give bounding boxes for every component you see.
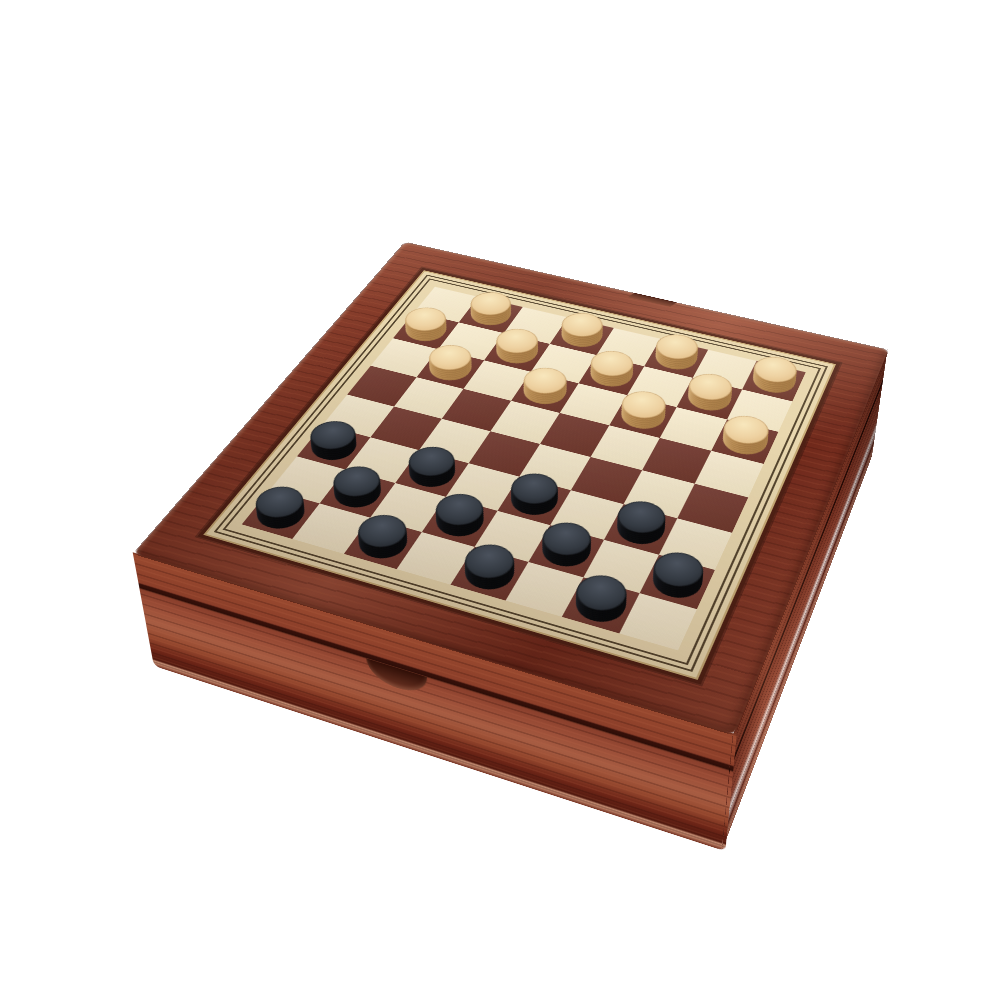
checker-piece-dark[interactable] bbox=[327, 474, 389, 513]
scene bbox=[40, 16, 1000, 1000]
checker-piece-dark[interactable] bbox=[536, 530, 598, 573]
checkers-box-photo: Checkers (English draughts) — wooden box… bbox=[40, 16, 1000, 1000]
checker-piece-dark[interactable] bbox=[304, 429, 364, 466]
lid-finger-notch bbox=[628, 292, 677, 307]
checker-piece-dark[interactable] bbox=[647, 560, 708, 604]
checker-piece-dark[interactable] bbox=[458, 552, 522, 596]
checker-piece-dark[interactable] bbox=[569, 582, 632, 628]
checker-piece-dark[interactable] bbox=[402, 454, 462, 492]
drawer-grip-notch bbox=[366, 658, 428, 697]
checker-piece-dark[interactable] bbox=[249, 494, 313, 534]
checker-piece-light[interactable] bbox=[718, 423, 773, 459]
checker-piece-dark[interactable] bbox=[429, 501, 491, 542]
checker-piece-dark[interactable] bbox=[351, 522, 415, 564]
checker-piece-dark[interactable] bbox=[504, 481, 564, 521]
wooden-game-box bbox=[134, 242, 888, 734]
checker-piece-dark[interactable] bbox=[611, 509, 671, 550]
